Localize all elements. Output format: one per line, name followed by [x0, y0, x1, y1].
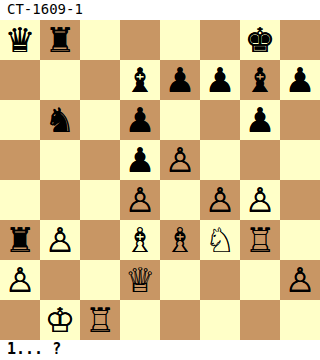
square-d7[interactable]: ♝ — [120, 60, 160, 100]
square-g5[interactable] — [240, 140, 280, 180]
square-b6[interactable]: ♞ — [40, 100, 80, 140]
chess-board: ♛♜♚♝♟♟♝♟♞♟♟♟♙♙♙♙♜♙♗♗♘♖♙♕♙♔♖ — [0, 20, 320, 340]
square-g8[interactable]: ♚ — [240, 20, 280, 60]
square-a4[interactable] — [0, 180, 40, 220]
piece-black-king[interactable]: ♚ — [245, 20, 275, 60]
square-b1[interactable]: ♔ — [40, 300, 80, 340]
square-a7[interactable] — [0, 60, 40, 100]
square-c3[interactable] — [80, 220, 120, 260]
square-h4[interactable] — [280, 180, 320, 220]
square-a2[interactable]: ♙ — [0, 260, 40, 300]
piece-white-pawn[interactable]: ♙ — [125, 180, 155, 220]
square-d2[interactable]: ♕ — [120, 260, 160, 300]
square-e8[interactable] — [160, 20, 200, 60]
piece-white-king[interactable]: ♔ — [45, 300, 75, 340]
square-h6[interactable] — [280, 100, 320, 140]
piece-black-pawn[interactable]: ♟ — [285, 60, 315, 100]
square-g4[interactable]: ♙ — [240, 180, 280, 220]
piece-white-pawn[interactable]: ♙ — [205, 180, 235, 220]
piece-black-pawn[interactable]: ♟ — [125, 140, 155, 180]
square-c4[interactable] — [80, 180, 120, 220]
piece-white-rook[interactable]: ♖ — [245, 220, 275, 260]
square-c6[interactable] — [80, 100, 120, 140]
square-a6[interactable] — [0, 100, 40, 140]
piece-white-pawn[interactable]: ♙ — [245, 180, 275, 220]
piece-white-pawn[interactable]: ♙ — [45, 220, 75, 260]
square-g7[interactable]: ♝ — [240, 60, 280, 100]
piece-black-bishop[interactable]: ♝ — [245, 60, 275, 100]
square-c5[interactable] — [80, 140, 120, 180]
square-b4[interactable] — [40, 180, 80, 220]
puzzle-title: CT-1609-1 — [0, 0, 320, 20]
square-h7[interactable]: ♟ — [280, 60, 320, 100]
square-e4[interactable] — [160, 180, 200, 220]
piece-white-pawn[interactable]: ♙ — [5, 260, 35, 300]
square-f3[interactable]: ♘ — [200, 220, 240, 260]
piece-black-rook[interactable]: ♜ — [45, 20, 75, 60]
square-h8[interactable] — [280, 20, 320, 60]
square-d6[interactable]: ♟ — [120, 100, 160, 140]
square-h2[interactable]: ♙ — [280, 260, 320, 300]
piece-white-knight[interactable]: ♘ — [205, 220, 235, 260]
square-e3[interactable]: ♗ — [160, 220, 200, 260]
square-c8[interactable] — [80, 20, 120, 60]
square-g2[interactable] — [240, 260, 280, 300]
square-h1[interactable] — [280, 300, 320, 340]
square-c2[interactable] — [80, 260, 120, 300]
piece-black-pawn[interactable]: ♟ — [245, 100, 275, 140]
piece-black-bishop[interactable]: ♝ — [125, 60, 155, 100]
square-f6[interactable] — [200, 100, 240, 140]
square-e1[interactable] — [160, 300, 200, 340]
square-e2[interactable] — [160, 260, 200, 300]
square-g1[interactable] — [240, 300, 280, 340]
square-f1[interactable] — [200, 300, 240, 340]
piece-white-pawn[interactable]: ♙ — [165, 140, 195, 180]
piece-black-knight[interactable]: ♞ — [45, 100, 75, 140]
puzzle-window: CT-1609-1 ♛♜♚♝♟♟♝♟♞♟♟♟♙♙♙♙♜♙♗♗♘♖♙♕♙♔♖ 1.… — [0, 0, 320, 360]
square-b5[interactable] — [40, 140, 80, 180]
square-e6[interactable] — [160, 100, 200, 140]
piece-white-bishop[interactable]: ♗ — [125, 220, 155, 260]
square-a3[interactable]: ♜ — [0, 220, 40, 260]
square-f2[interactable] — [200, 260, 240, 300]
piece-black-queen[interactable]: ♛ — [5, 20, 35, 60]
piece-white-pawn[interactable]: ♙ — [285, 260, 315, 300]
square-h3[interactable] — [280, 220, 320, 260]
square-e5[interactable]: ♙ — [160, 140, 200, 180]
square-d3[interactable]: ♗ — [120, 220, 160, 260]
piece-white-bishop[interactable]: ♗ — [165, 220, 195, 260]
square-b8[interactable]: ♜ — [40, 20, 80, 60]
square-f7[interactable]: ♟ — [200, 60, 240, 100]
move-prompt: 1... ? — [0, 340, 320, 360]
square-g6[interactable]: ♟ — [240, 100, 280, 140]
square-a8[interactable]: ♛ — [0, 20, 40, 60]
square-a5[interactable] — [0, 140, 40, 180]
square-b7[interactable] — [40, 60, 80, 100]
square-e7[interactable]: ♟ — [160, 60, 200, 100]
square-d4[interactable]: ♙ — [120, 180, 160, 220]
piece-black-rook[interactable]: ♜ — [5, 220, 35, 260]
square-d8[interactable] — [120, 20, 160, 60]
square-b3[interactable]: ♙ — [40, 220, 80, 260]
square-c7[interactable] — [80, 60, 120, 100]
piece-black-pawn[interactable]: ♟ — [165, 60, 195, 100]
square-g3[interactable]: ♖ — [240, 220, 280, 260]
square-b2[interactable] — [40, 260, 80, 300]
square-d1[interactable] — [120, 300, 160, 340]
piece-black-pawn[interactable]: ♟ — [125, 100, 155, 140]
square-f4[interactable]: ♙ — [200, 180, 240, 220]
piece-white-queen[interactable]: ♕ — [125, 260, 155, 300]
square-f5[interactable] — [200, 140, 240, 180]
square-c1[interactable]: ♖ — [80, 300, 120, 340]
square-h5[interactable] — [280, 140, 320, 180]
square-f8[interactable] — [200, 20, 240, 60]
piece-white-rook[interactable]: ♖ — [85, 300, 115, 340]
square-d5[interactable]: ♟ — [120, 140, 160, 180]
piece-black-pawn[interactable]: ♟ — [205, 60, 235, 100]
square-a1[interactable] — [0, 300, 40, 340]
